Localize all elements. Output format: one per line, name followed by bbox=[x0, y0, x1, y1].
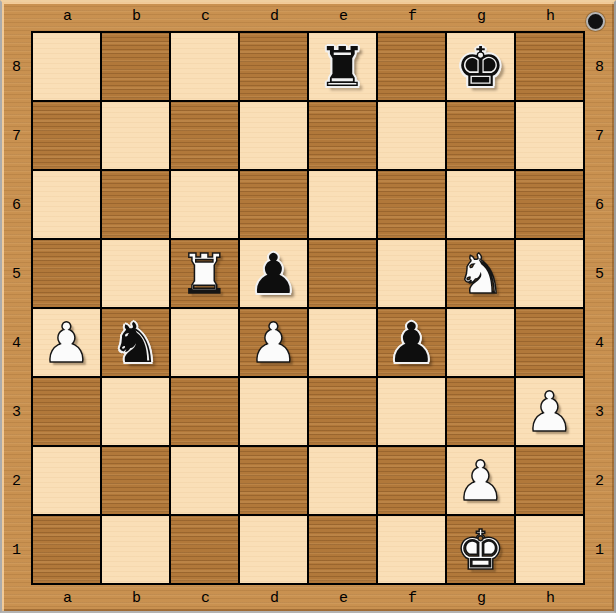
rank-label-7-left: 7 bbox=[2, 102, 31, 171]
square-a2[interactable] bbox=[33, 447, 100, 514]
square-e8[interactable]: ♜ bbox=[309, 33, 376, 100]
square-e3[interactable] bbox=[309, 378, 376, 445]
square-b6[interactable] bbox=[102, 171, 169, 238]
file-label-e-bottom: e bbox=[309, 585, 378, 611]
rank-label-1-right: 1 bbox=[585, 516, 614, 585]
file-label-f-top: f bbox=[378, 2, 447, 31]
square-b2[interactable] bbox=[102, 447, 169, 514]
rank-label-2-left: 2 bbox=[2, 447, 31, 516]
piece-white-rook-c5[interactable]: ♜ bbox=[171, 240, 238, 307]
square-h7[interactable] bbox=[516, 102, 583, 169]
rank-label-5-left: 5 bbox=[2, 240, 31, 309]
file-label-c-bottom: c bbox=[171, 585, 240, 611]
square-d6[interactable] bbox=[240, 171, 307, 238]
square-b7[interactable] bbox=[102, 102, 169, 169]
square-c6[interactable] bbox=[171, 171, 238, 238]
rank-label-4-left: 4 bbox=[2, 309, 31, 378]
square-a4[interactable]: ♟ bbox=[33, 309, 100, 376]
square-e6[interactable] bbox=[309, 171, 376, 238]
square-a1[interactable] bbox=[33, 516, 100, 583]
square-c5[interactable]: ♜ bbox=[171, 240, 238, 307]
corner-pin-icon bbox=[586, 12, 605, 31]
piece-black-pawn-d5[interactable]: ♟ bbox=[240, 240, 307, 307]
square-f7[interactable] bbox=[378, 102, 445, 169]
file-label-b-top: b bbox=[102, 2, 171, 31]
rank-label-8-right: 8 bbox=[585, 33, 614, 102]
square-f8[interactable] bbox=[378, 33, 445, 100]
square-f6[interactable] bbox=[378, 171, 445, 238]
square-h6[interactable] bbox=[516, 171, 583, 238]
piece-white-pawn-g2[interactable]: ♟ bbox=[447, 447, 514, 514]
square-a5[interactable] bbox=[33, 240, 100, 307]
rank-label-6-right: 6 bbox=[585, 171, 614, 240]
square-g5[interactable]: ♞ bbox=[447, 240, 514, 307]
square-e5[interactable] bbox=[309, 240, 376, 307]
square-e2[interactable] bbox=[309, 447, 376, 514]
piece-black-king-g8[interactable]: ♚ bbox=[447, 33, 514, 100]
square-f1[interactable] bbox=[378, 516, 445, 583]
file-labels-top: abcdefgh bbox=[33, 2, 585, 31]
rank-labels-right: 87654321 bbox=[585, 33, 614, 585]
square-c8[interactable] bbox=[171, 33, 238, 100]
file-label-g-bottom: g bbox=[447, 585, 516, 611]
square-c1[interactable] bbox=[171, 516, 238, 583]
square-g7[interactable] bbox=[447, 102, 514, 169]
rank-label-7-right: 7 bbox=[585, 102, 614, 171]
square-a6[interactable] bbox=[33, 171, 100, 238]
chessboard-frame: abcdefgh 87654321 ♜♚♜♟♞♟♞♟♟♟♟♚ 87654321 … bbox=[0, 0, 616, 613]
rank-labels-left: 87654321 bbox=[2, 33, 31, 585]
file-label-a-bottom: a bbox=[33, 585, 102, 611]
square-d8[interactable] bbox=[240, 33, 307, 100]
file-label-c-top: c bbox=[171, 2, 240, 31]
square-g3[interactable] bbox=[447, 378, 514, 445]
file-label-h-bottom: h bbox=[516, 585, 585, 611]
square-h3[interactable]: ♟ bbox=[516, 378, 583, 445]
rank-label-8-left: 8 bbox=[2, 33, 31, 102]
file-label-h-top: h bbox=[516, 2, 585, 31]
file-label-b-bottom: b bbox=[102, 585, 171, 611]
rank-label-2-right: 2 bbox=[585, 447, 614, 516]
square-a3[interactable] bbox=[33, 378, 100, 445]
piece-white-knight-g5[interactable]: ♞ bbox=[447, 240, 514, 307]
square-f3[interactable] bbox=[378, 378, 445, 445]
file-label-d-top: d bbox=[240, 2, 309, 31]
square-e1[interactable] bbox=[309, 516, 376, 583]
square-a8[interactable] bbox=[33, 33, 100, 100]
square-c4[interactable] bbox=[171, 309, 238, 376]
square-c2[interactable] bbox=[171, 447, 238, 514]
square-f4[interactable]: ♟ bbox=[378, 309, 445, 376]
square-f5[interactable] bbox=[378, 240, 445, 307]
square-g2[interactable]: ♟ bbox=[447, 447, 514, 514]
square-b5[interactable] bbox=[102, 240, 169, 307]
square-c7[interactable] bbox=[171, 102, 238, 169]
piece-black-pawn-f4[interactable]: ♟ bbox=[378, 309, 445, 376]
square-g6[interactable] bbox=[447, 171, 514, 238]
square-d7[interactable] bbox=[240, 102, 307, 169]
square-e4[interactable] bbox=[309, 309, 376, 376]
piece-white-pawn-h3[interactable]: ♟ bbox=[516, 378, 583, 445]
square-d5[interactable]: ♟ bbox=[240, 240, 307, 307]
square-b1[interactable] bbox=[102, 516, 169, 583]
square-h1[interactable] bbox=[516, 516, 583, 583]
rank-label-5-right: 5 bbox=[585, 240, 614, 309]
square-g1[interactable]: ♚ bbox=[447, 516, 514, 583]
square-f2[interactable] bbox=[378, 447, 445, 514]
piece-white-pawn-a4[interactable]: ♟ bbox=[33, 309, 100, 376]
file-labels-bottom: abcdefgh bbox=[33, 585, 585, 611]
piece-black-rook-e8[interactable]: ♜ bbox=[309, 33, 376, 100]
piece-white-king-g1[interactable]: ♚ bbox=[447, 516, 514, 583]
square-h2[interactable] bbox=[516, 447, 583, 514]
square-d4[interactable]: ♟ bbox=[240, 309, 307, 376]
square-b3[interactable] bbox=[102, 378, 169, 445]
file-label-e-top: e bbox=[309, 2, 378, 31]
square-d3[interactable] bbox=[240, 378, 307, 445]
square-a7[interactable] bbox=[33, 102, 100, 169]
rank-label-3-right: 3 bbox=[585, 378, 614, 447]
square-g4[interactable] bbox=[447, 309, 514, 376]
square-b8[interactable] bbox=[102, 33, 169, 100]
rank-label-3-left: 3 bbox=[2, 378, 31, 447]
square-c3[interactable] bbox=[171, 378, 238, 445]
chess-board: ♜♚♜♟♞♟♞♟♟♟♟♚ bbox=[31, 31, 585, 585]
rank-label-4-right: 4 bbox=[585, 309, 614, 378]
square-d2[interactable] bbox=[240, 447, 307, 514]
square-e7[interactable] bbox=[309, 102, 376, 169]
piece-white-pawn-d4[interactable]: ♟ bbox=[240, 309, 307, 376]
square-h5[interactable] bbox=[516, 240, 583, 307]
rank-label-1-left: 1 bbox=[2, 516, 31, 585]
square-b4[interactable]: ♞ bbox=[102, 309, 169, 376]
file-label-d-bottom: d bbox=[240, 585, 309, 611]
file-label-g-top: g bbox=[447, 2, 516, 31]
square-h4[interactable] bbox=[516, 309, 583, 376]
file-label-f-bottom: f bbox=[378, 585, 447, 611]
square-g8[interactable]: ♚ bbox=[447, 33, 514, 100]
file-label-a-top: a bbox=[33, 2, 102, 31]
square-h8[interactable] bbox=[516, 33, 583, 100]
square-d1[interactable] bbox=[240, 516, 307, 583]
rank-label-6-left: 6 bbox=[2, 171, 31, 240]
piece-black-knight-b4[interactable]: ♞ bbox=[102, 309, 169, 376]
